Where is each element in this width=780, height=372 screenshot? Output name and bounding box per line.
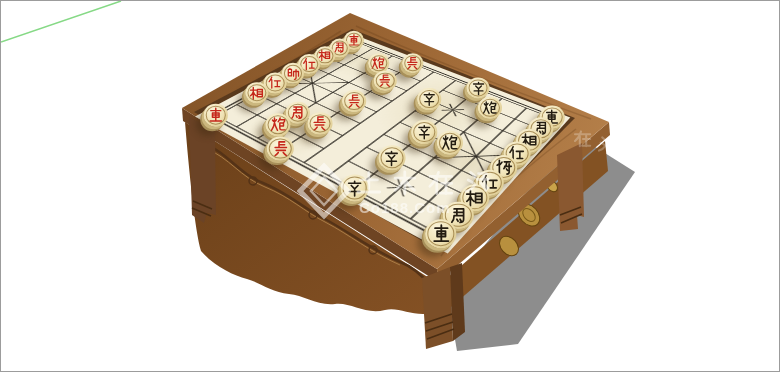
piece-black-chariot-a10[interactable] bbox=[425, 219, 456, 248]
piece-black-soldier-i7[interactable] bbox=[467, 78, 490, 99]
piece-red-soldier-e4[interactable] bbox=[342, 90, 366, 112]
piece-char-卒 bbox=[383, 150, 400, 167]
piece-char-仕 bbox=[302, 57, 316, 71]
piece-char-俥 bbox=[208, 107, 224, 123]
piece-black-soldier-g6[interactable] bbox=[418, 88, 442, 110]
piece-char-車 bbox=[431, 224, 451, 244]
piece-char-卒 bbox=[416, 124, 432, 140]
piece-char-傌 bbox=[290, 105, 306, 121]
piece-red-soldier-g4[interactable] bbox=[374, 70, 396, 91]
table-leg-front[interactable] bbox=[422, 267, 453, 349]
piece-red-chariot-a1[interactable] bbox=[204, 104, 228, 127]
piece-black-cannon-e8[interactable] bbox=[436, 131, 462, 155]
piece-char-兵 bbox=[272, 140, 289, 157]
piece-char-馬 bbox=[449, 206, 468, 225]
piece-black-cannon-h8[interactable] bbox=[478, 97, 502, 119]
piece-char-砲 bbox=[441, 135, 458, 152]
piece-char-仕 bbox=[268, 76, 282, 90]
green-axis-line bbox=[1, 1, 121, 42]
viewport: Co188.Com bbox=[0, 0, 780, 372]
piece-red-soldier-c4[interactable] bbox=[307, 112, 332, 135]
piece-red-soldier-i4[interactable] bbox=[402, 53, 423, 73]
piece-black-soldier-a7[interactable] bbox=[340, 175, 369, 201]
table-leg-left[interactable] bbox=[189, 117, 216, 223]
piece-char-卒 bbox=[346, 179, 364, 197]
piece-char-炮 bbox=[372, 56, 386, 70]
piece-char-帥 bbox=[286, 66, 300, 80]
piece-char-砲 bbox=[482, 100, 497, 115]
piece-char-兵 bbox=[406, 56, 420, 70]
piece-char-傌 bbox=[333, 41, 346, 54]
piece-char-兵 bbox=[378, 74, 392, 88]
piece-char-炮 bbox=[270, 117, 286, 133]
piece-char-卒 bbox=[422, 92, 437, 107]
piece-black-soldier-c7[interactable] bbox=[378, 146, 405, 171]
piece-char-相 bbox=[249, 85, 264, 100]
piece-char-卒 bbox=[471, 81, 486, 96]
piece-char-兵 bbox=[312, 115, 328, 131]
piece-char-兵 bbox=[347, 93, 362, 108]
piece-char-相 bbox=[318, 49, 331, 62]
piece-red-cannon-b3[interactable] bbox=[266, 113, 291, 136]
